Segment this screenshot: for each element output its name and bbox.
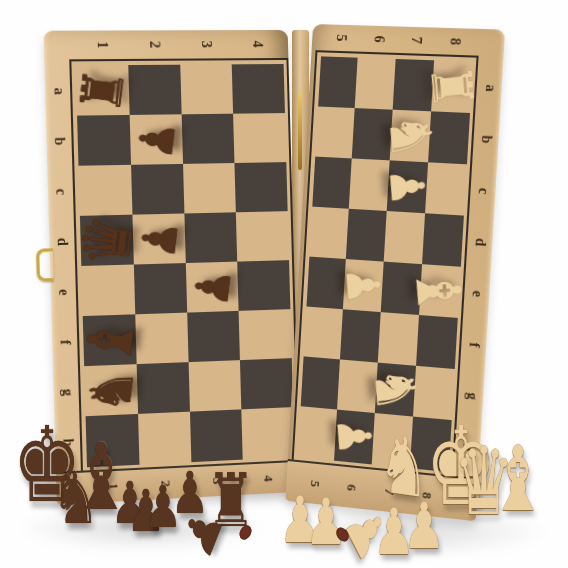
light-pawn-c7: ♟ bbox=[382, 166, 431, 208]
board-square bbox=[384, 211, 425, 264]
board-square bbox=[128, 64, 182, 114]
coordinate-label: 3 bbox=[197, 41, 213, 48]
board-square bbox=[77, 115, 131, 166]
coordinate-label: d bbox=[471, 238, 488, 247]
light-pawn-h6: ♟ bbox=[330, 417, 379, 457]
board-square bbox=[378, 312, 419, 366]
dark-pawn-d2: ♟ bbox=[134, 218, 185, 261]
board-square bbox=[138, 412, 192, 464]
light-bishop-e8: ♝ bbox=[407, 264, 472, 318]
coordinate-label: b bbox=[51, 137, 68, 145]
coordinate-label: g bbox=[462, 392, 479, 401]
board-square bbox=[303, 307, 343, 360]
board-square bbox=[237, 260, 289, 311]
board-square bbox=[184, 212, 237, 263]
board-square bbox=[355, 57, 396, 109]
brass-hinge-icon bbox=[298, 92, 302, 170]
board-square bbox=[300, 357, 340, 410]
coordinate-label: 1 bbox=[93, 41, 110, 48]
dark-knight-g1: ♞ bbox=[80, 364, 142, 415]
board-square bbox=[235, 162, 287, 212]
dark-bishop-f1: ♝ bbox=[76, 312, 143, 367]
light-bishop-foreground: ♝ bbox=[488, 434, 548, 524]
board-square bbox=[190, 410, 243, 462]
light-knight-g7: ♞ bbox=[365, 365, 425, 414]
board-square bbox=[236, 211, 288, 262]
coordinate-label: b bbox=[478, 135, 495, 144]
coordinate-label: f bbox=[56, 339, 73, 344]
light-pawn-e6: ♟ bbox=[339, 265, 388, 306]
board-square bbox=[232, 63, 284, 113]
coordinate-label: a bbox=[49, 87, 66, 94]
board-square bbox=[187, 311, 240, 362]
coordinate-label: c bbox=[475, 187, 492, 194]
coordinate-label: e bbox=[55, 288, 72, 295]
coordinate-label: 2 bbox=[145, 41, 162, 48]
board-square bbox=[78, 165, 132, 216]
light-rook-a8: ♜ bbox=[422, 61, 481, 111]
coordinate-label: 5 bbox=[333, 34, 349, 42]
board-square bbox=[183, 163, 236, 214]
coordinate-label: 8 bbox=[446, 38, 463, 46]
board-square bbox=[416, 315, 458, 369]
dark-pawn-b2: ♟ bbox=[131, 118, 182, 161]
board-square bbox=[315, 106, 355, 158]
board-square bbox=[340, 309, 381, 362]
coordinate-label: c bbox=[52, 188, 69, 195]
dark-pawn-e3: ♟ bbox=[187, 266, 237, 308]
coordinate-label: 6 bbox=[370, 35, 386, 43]
coordinate-label: 7 bbox=[407, 36, 424, 44]
light-knight-b7: ♞ bbox=[380, 110, 440, 161]
board-square bbox=[242, 407, 294, 459]
board-square bbox=[180, 64, 233, 114]
dark-rook-a1: ♜ bbox=[72, 65, 132, 116]
board-square bbox=[309, 206, 349, 259]
chess-set-product-photo: 1234abcdefgh1234♜♟♛♟♟♝♞ 5678abcdefgh5678… bbox=[0, 0, 568, 568]
board-square bbox=[422, 213, 464, 267]
board-square bbox=[182, 113, 235, 163]
board-square bbox=[131, 164, 185, 215]
board-square bbox=[81, 265, 135, 317]
number-labels-top: 1234 bbox=[75, 30, 283, 59]
coordinate-label: f bbox=[465, 342, 482, 348]
board-square bbox=[240, 358, 292, 409]
board-square bbox=[346, 209, 387, 262]
coordinate-label: 4 bbox=[249, 41, 265, 48]
board-square bbox=[312, 156, 352, 208]
board-square bbox=[318, 56, 358, 108]
board-square bbox=[189, 360, 242, 412]
coordinate-label: g bbox=[58, 388, 75, 396]
coordinate-label: 4 bbox=[261, 475, 277, 482]
board-square bbox=[233, 113, 285, 163]
board-square bbox=[239, 309, 291, 360]
